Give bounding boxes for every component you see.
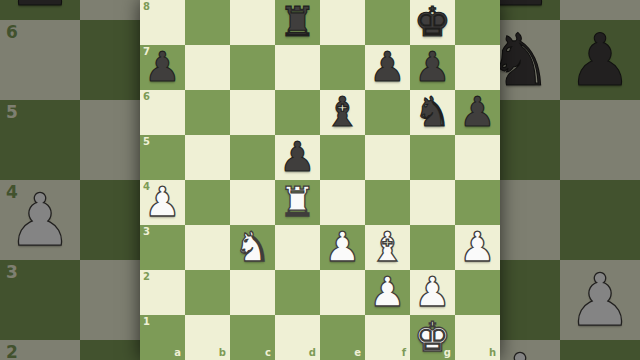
square-b8[interactable] — [185, 0, 230, 45]
square-f2[interactable]: ♟ — [365, 270, 410, 315]
square-e4[interactable] — [320, 180, 365, 225]
white-pawn-f2[interactable]: ♟ — [365, 270, 410, 315]
square-f8[interactable] — [365, 0, 410, 45]
square-g4[interactable] — [410, 180, 455, 225]
square-g1[interactable]: g♚ — [410, 315, 455, 360]
square-h1[interactable]: h — [455, 315, 500, 360]
white-king-g1[interactable]: ♚ — [410, 315, 455, 360]
square-a6[interactable]: 6 — [140, 90, 185, 135]
square-g7[interactable]: ♟ — [410, 45, 455, 90]
square-e3[interactable]: ♟ — [320, 225, 365, 270]
square-d6[interactable] — [275, 90, 320, 135]
square-e5[interactable] — [320, 135, 365, 180]
square-g5[interactable] — [410, 135, 455, 180]
square-d8[interactable]: ♜ — [275, 0, 320, 45]
square-b7[interactable] — [185, 45, 230, 90]
square-e6[interactable]: ♝ — [320, 90, 365, 135]
black-knight-g6[interactable]: ♞ — [410, 90, 455, 135]
square-g8[interactable]: ♚ — [410, 0, 455, 45]
file-label-b: b — [219, 348, 226, 358]
square-b3[interactable] — [185, 225, 230, 270]
square-g6[interactable]: ♞ — [410, 90, 455, 135]
square-c6[interactable] — [230, 90, 275, 135]
square-d4[interactable]: ♜ — [275, 180, 320, 225]
square-g3[interactable] — [410, 225, 455, 270]
white-pawn-a4[interactable]: ♟ — [140, 180, 185, 225]
square-e2[interactable] — [320, 270, 365, 315]
square-h4[interactable] — [455, 180, 500, 225]
square-a7[interactable]: 7♟ — [140, 45, 185, 90]
black-rook-d8[interactable]: ♜ — [275, 0, 320, 45]
black-bishop-e6[interactable]: ♝ — [320, 90, 365, 135]
square-h5[interactable] — [455, 135, 500, 180]
square-f7[interactable]: ♟ — [365, 45, 410, 90]
square-c2[interactable] — [230, 270, 275, 315]
square-a2[interactable]: 2 — [140, 270, 185, 315]
white-pawn-h3[interactable]: ♟ — [455, 225, 500, 270]
rank-label-6: 6 — [143, 92, 150, 102]
rank-label-5: 5 — [143, 137, 150, 147]
black-pawn-d5[interactable]: ♟ — [275, 135, 320, 180]
square-d3[interactable] — [275, 225, 320, 270]
square-a4[interactable]: 4♟ — [140, 180, 185, 225]
square-e7[interactable] — [320, 45, 365, 90]
square-f5[interactable] — [365, 135, 410, 180]
white-pawn-e3[interactable]: ♟ — [320, 225, 365, 270]
black-pawn-f7[interactable]: ♟ — [365, 45, 410, 90]
square-g2[interactable]: ♟ — [410, 270, 455, 315]
square-d2[interactable] — [275, 270, 320, 315]
square-b5[interactable] — [185, 135, 230, 180]
square-c1[interactable]: c — [230, 315, 275, 360]
black-pawn-h6[interactable]: ♟ — [455, 90, 500, 135]
square-d1[interactable]: d — [275, 315, 320, 360]
square-a1[interactable]: 1a — [140, 315, 185, 360]
file-label-d: d — [309, 348, 316, 358]
square-b2[interactable] — [185, 270, 230, 315]
rank-label-1: 1 — [143, 317, 150, 327]
square-b4[interactable] — [185, 180, 230, 225]
square-d5[interactable]: ♟ — [275, 135, 320, 180]
square-a5[interactable]: 5 — [140, 135, 185, 180]
rank-label-8: 8 — [143, 2, 150, 12]
square-h6[interactable]: ♟ — [455, 90, 500, 135]
video-frame: 8♜♚7♟♟♟6♝♞♟5♟4♟♜3♞♟♝♟2♟♟1abcdefg♚h 8♜♚7♟… — [0, 0, 640, 360]
square-a8[interactable]: 8 — [140, 0, 185, 45]
square-c8[interactable] — [230, 0, 275, 45]
black-pawn-g7[interactable]: ♟ — [410, 45, 455, 90]
square-f4[interactable] — [365, 180, 410, 225]
black-pawn-a7[interactable]: ♟ — [140, 45, 185, 90]
file-label-c: c — [265, 348, 271, 358]
square-f1[interactable]: f — [365, 315, 410, 360]
square-a3[interactable]: 3 — [140, 225, 185, 270]
file-label-a: a — [174, 348, 181, 358]
file-label-f: f — [402, 348, 406, 358]
square-h8[interactable] — [455, 0, 500, 45]
white-knight-c3[interactable]: ♞ — [230, 225, 275, 270]
square-e8[interactable] — [320, 0, 365, 45]
white-pawn-g2[interactable]: ♟ — [410, 270, 455, 315]
chess-board[interactable]: 8♜♚7♟♟♟6♝♞♟5♟4♟♜3♞♟♝♟2♟♟1abcdefg♚h — [140, 0, 500, 360]
white-bishop-f3[interactable]: ♝ — [365, 225, 410, 270]
square-h2[interactable] — [455, 270, 500, 315]
square-b6[interactable] — [185, 90, 230, 135]
square-h3[interactable]: ♟ — [455, 225, 500, 270]
square-c5[interactable] — [230, 135, 275, 180]
file-label-h: h — [489, 348, 496, 358]
rank-label-2: 2 — [143, 272, 150, 282]
square-c3[interactable]: ♞ — [230, 225, 275, 270]
white-rook-d4[interactable]: ♜ — [275, 180, 320, 225]
file-label-e: e — [354, 348, 361, 358]
rank-label-3: 3 — [143, 227, 150, 237]
square-c4[interactable] — [230, 180, 275, 225]
square-f3[interactable]: ♝ — [365, 225, 410, 270]
square-e1[interactable]: e — [320, 315, 365, 360]
square-b1[interactable]: b — [185, 315, 230, 360]
square-d7[interactable] — [275, 45, 320, 90]
square-c7[interactable] — [230, 45, 275, 90]
square-h7[interactable] — [455, 45, 500, 90]
black-king-g8[interactable]: ♚ — [410, 0, 455, 45]
square-f6[interactable] — [365, 90, 410, 135]
